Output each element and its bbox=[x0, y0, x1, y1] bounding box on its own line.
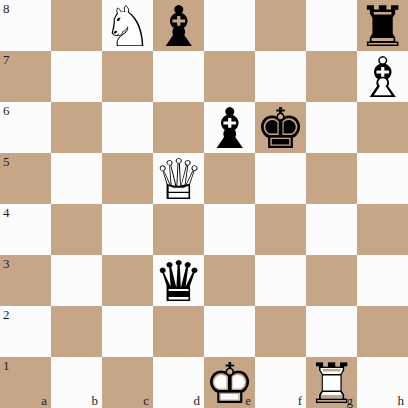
black-queen-icon: ♛ bbox=[153, 255, 203, 306]
black-rook-icon: ♜ bbox=[357, 0, 407, 51]
file-label-a: a bbox=[41, 394, 47, 407]
black-bishop-d8[interactable]: ♝ bbox=[153, 0, 204, 51]
white-king-icon: ♔ bbox=[204, 357, 254, 408]
black-bishop-e6[interactable]: ♝ bbox=[204, 102, 255, 153]
square-e2[interactable] bbox=[204, 306, 255, 357]
rank-label-7: 7 bbox=[3, 53, 10, 66]
square-h7[interactable]: ♝♗ bbox=[357, 51, 408, 102]
square-c4[interactable] bbox=[102, 204, 153, 255]
square-f8[interactable] bbox=[255, 0, 306, 51]
square-b2[interactable] bbox=[51, 306, 102, 357]
square-a2[interactable]: 2 bbox=[0, 306, 51, 357]
black-bishop-icon: ♝ bbox=[153, 0, 203, 51]
square-g3[interactable] bbox=[306, 255, 357, 306]
white-king-e1[interactable]: ♚♔ bbox=[204, 357, 255, 408]
file-label-d: d bbox=[194, 394, 201, 407]
king-fill: ♚ bbox=[204, 357, 254, 408]
square-f4[interactable] bbox=[255, 204, 306, 255]
black-rook-h8[interactable]: ♜ bbox=[357, 0, 408, 51]
white-queen-icon: ♕ bbox=[153, 153, 203, 204]
queen-fill: ♛ bbox=[153, 153, 203, 204]
file-label-f: f bbox=[298, 394, 302, 407]
square-d5[interactable]: ♛♕ bbox=[153, 153, 204, 204]
bishop-fill: ♝ bbox=[357, 51, 407, 102]
square-h8[interactable]: ♜ bbox=[357, 0, 408, 51]
white-bishop-h7[interactable]: ♝♗ bbox=[357, 51, 408, 102]
rank-label-4: 4 bbox=[3, 206, 10, 219]
square-h5[interactable] bbox=[357, 153, 408, 204]
square-d4[interactable] bbox=[153, 204, 204, 255]
square-h2[interactable] bbox=[357, 306, 408, 357]
white-knight-c8[interactable]: ♞♘ bbox=[102, 0, 153, 51]
square-f6[interactable]: ♚ bbox=[255, 102, 306, 153]
file-label-c: c bbox=[143, 394, 149, 407]
square-c8[interactable]: ♞♘ bbox=[102, 0, 153, 51]
square-c3[interactable] bbox=[102, 255, 153, 306]
rank-label-2: 2 bbox=[3, 308, 10, 321]
white-knight-icon: ♘ bbox=[102, 0, 152, 51]
white-queen-d5[interactable]: ♛♕ bbox=[153, 153, 204, 204]
square-d7[interactable] bbox=[153, 51, 204, 102]
square-d3[interactable]: ♛ bbox=[153, 255, 204, 306]
square-h1[interactable]: h bbox=[357, 357, 408, 408]
square-c7[interactable] bbox=[102, 51, 153, 102]
square-h3[interactable] bbox=[357, 255, 408, 306]
square-e1[interactable]: e♚♔ bbox=[204, 357, 255, 408]
square-e5[interactable] bbox=[204, 153, 255, 204]
rank-label-1: 1 bbox=[3, 359, 10, 372]
square-g4[interactable] bbox=[306, 204, 357, 255]
square-f1[interactable]: f bbox=[255, 357, 306, 408]
square-h4[interactable] bbox=[357, 204, 408, 255]
square-a7[interactable]: 7 bbox=[0, 51, 51, 102]
square-c6[interactable] bbox=[102, 102, 153, 153]
rank-label-6: 6 bbox=[3, 104, 10, 117]
square-d8[interactable]: ♝ bbox=[153, 0, 204, 51]
square-b4[interactable] bbox=[51, 204, 102, 255]
square-e7[interactable] bbox=[204, 51, 255, 102]
square-g6[interactable] bbox=[306, 102, 357, 153]
square-g2[interactable] bbox=[306, 306, 357, 357]
square-b8[interactable] bbox=[51, 0, 102, 51]
square-d2[interactable] bbox=[153, 306, 204, 357]
black-king-f6[interactable]: ♚ bbox=[255, 102, 306, 153]
square-a6[interactable]: 6 bbox=[0, 102, 51, 153]
rank-label-8: 8 bbox=[3, 2, 10, 15]
square-c2[interactable] bbox=[102, 306, 153, 357]
square-a3[interactable]: 3 bbox=[0, 255, 51, 306]
square-a1[interactable]: 1a bbox=[0, 357, 51, 408]
square-g5[interactable] bbox=[306, 153, 357, 204]
square-f7[interactable] bbox=[255, 51, 306, 102]
chess-board: 8♞♘♝♜7♝♗6♝♚5♛♕43♛21abcde♚♔fg♜♖h bbox=[0, 0, 408, 408]
square-a5[interactable]: 5 bbox=[0, 153, 51, 204]
square-a8[interactable]: 8 bbox=[0, 0, 51, 51]
square-g8[interactable] bbox=[306, 0, 357, 51]
square-e6[interactable]: ♝ bbox=[204, 102, 255, 153]
square-e4[interactable] bbox=[204, 204, 255, 255]
rank-label-3: 3 bbox=[3, 257, 10, 270]
square-b5[interactable] bbox=[51, 153, 102, 204]
file-label-h: h bbox=[398, 394, 405, 407]
black-bishop-icon: ♝ bbox=[204, 102, 254, 153]
square-c1[interactable]: c bbox=[102, 357, 153, 408]
white-rook-g1[interactable]: ♜♖ bbox=[306, 357, 357, 408]
black-queen-d3[interactable]: ♛ bbox=[153, 255, 204, 306]
square-g1[interactable]: g♜♖ bbox=[306, 357, 357, 408]
square-d1[interactable]: d bbox=[153, 357, 204, 408]
square-e3[interactable] bbox=[204, 255, 255, 306]
square-b7[interactable] bbox=[51, 51, 102, 102]
square-c5[interactable] bbox=[102, 153, 153, 204]
square-f2[interactable] bbox=[255, 306, 306, 357]
square-f5[interactable] bbox=[255, 153, 306, 204]
square-b1[interactable]: b bbox=[51, 357, 102, 408]
file-label-b: b bbox=[92, 394, 99, 407]
rook-fill: ♜ bbox=[306, 357, 356, 408]
square-f3[interactable] bbox=[255, 255, 306, 306]
square-g7[interactable] bbox=[306, 51, 357, 102]
rank-label-5: 5 bbox=[3, 155, 10, 168]
square-a4[interactable]: 4 bbox=[0, 204, 51, 255]
square-b3[interactable] bbox=[51, 255, 102, 306]
knight-fill: ♞ bbox=[102, 0, 152, 51]
square-b6[interactable] bbox=[51, 102, 102, 153]
white-bishop-icon: ♗ bbox=[357, 51, 407, 102]
black-king-icon: ♚ bbox=[255, 102, 305, 153]
square-h6[interactable] bbox=[357, 102, 408, 153]
white-rook-icon: ♖ bbox=[306, 357, 356, 408]
square-d6[interactable] bbox=[153, 102, 204, 153]
square-e8[interactable] bbox=[204, 0, 255, 51]
